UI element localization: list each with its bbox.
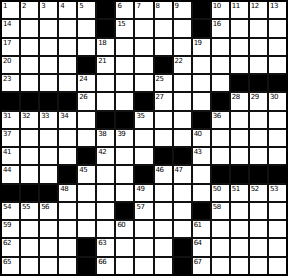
cell-r14c9[interactable] <box>155 239 172 255</box>
cell-r7c4[interactable]: 34 <box>59 112 76 128</box>
clue-number: 5 <box>79 2 83 10</box>
cell-r8c15[interactable] <box>269 130 286 146</box>
clue-number: 52 <box>251 185 259 193</box>
cell-r13c5[interactable] <box>78 221 95 237</box>
cell-r15c2[interactable] <box>21 258 38 274</box>
block-cell-r5c14 <box>250 75 267 91</box>
block-cell-r10c4 <box>59 166 76 182</box>
cell-r14c15[interactable] <box>269 239 286 255</box>
cell-r6c9[interactable]: 27 <box>155 93 172 109</box>
crossword-puzzle: 1234567891011121314151617181920212223242… <box>0 0 288 276</box>
clue-number: 59 <box>3 221 11 229</box>
cell-r12c14[interactable] <box>250 203 267 219</box>
clue-number: 39 <box>117 130 125 138</box>
cell-r7c3[interactable]: 33 <box>40 112 57 128</box>
cell-r13c4[interactable] <box>59 221 76 237</box>
clue-number: 41 <box>3 148 11 156</box>
cell-r9c7[interactable] <box>116 148 133 164</box>
cell-r13c10[interactable] <box>174 221 191 237</box>
cell-r8c1[interactable]: 37 <box>2 130 19 146</box>
block-cell-r7c11 <box>193 112 210 128</box>
clue-number: 66 <box>98 258 106 266</box>
clue-number: 38 <box>98 130 106 138</box>
cell-r14c1[interactable]: 62 <box>2 239 19 255</box>
cell-r8c4[interactable] <box>59 130 76 146</box>
cell-r2c14[interactable] <box>250 20 267 36</box>
cell-r2c9[interactable] <box>155 20 172 36</box>
clue-number: 34 <box>60 112 68 120</box>
cell-r5c4[interactable] <box>59 75 76 91</box>
cell-r12c10[interactable] <box>174 203 191 219</box>
cell-r9c8[interactable] <box>135 148 152 164</box>
block-cell-r10c14 <box>250 166 267 182</box>
cell-r7c10[interactable] <box>174 112 191 128</box>
block-cell-r6c1 <box>2 93 19 109</box>
block-cell-r5c13 <box>231 75 248 91</box>
cell-r7c9[interactable] <box>155 112 172 128</box>
cell-r9c13[interactable] <box>231 148 248 164</box>
block-cell-r9c10 <box>174 148 191 164</box>
cell-r11c13[interactable]: 51 <box>231 185 248 201</box>
cell-r11c4[interactable]: 48 <box>59 185 76 201</box>
cell-r15c4[interactable] <box>59 258 76 274</box>
clue-number: 40 <box>194 130 202 138</box>
cell-r11c12[interactable]: 50 <box>212 185 229 201</box>
cell-r6c11[interactable] <box>193 93 210 109</box>
cell-r15c12[interactable] <box>212 258 229 274</box>
clue-number: 32 <box>22 112 30 120</box>
cell-r15c15[interactable] <box>269 258 286 274</box>
cell-r1c14[interactable]: 12 <box>250 2 267 18</box>
block-cell-r10c12 <box>212 166 229 182</box>
block-cell-r12c7 <box>116 203 133 219</box>
block-cell-r4c9 <box>155 57 172 73</box>
cell-r6c6[interactable] <box>97 93 114 109</box>
cell-r3c11[interactable]: 19 <box>193 39 210 55</box>
cell-r13c15[interactable] <box>269 221 286 237</box>
cell-r4c6[interactable]: 21 <box>97 57 114 73</box>
block-cell-r6c8 <box>135 93 152 109</box>
cell-r1c12[interactable]: 10 <box>212 2 229 18</box>
cell-r10c1[interactable]: 44 <box>2 166 19 182</box>
cell-r4c15[interactable] <box>269 57 286 73</box>
clue-number: 54 <box>3 203 11 211</box>
cell-r9c2[interactable] <box>21 148 38 164</box>
cell-r7c5[interactable] <box>78 112 95 128</box>
cell-r5c1[interactable]: 23 <box>2 75 19 91</box>
cell-r15c13[interactable] <box>231 258 248 274</box>
cell-r2c1[interactable]: 14 <box>2 20 19 36</box>
block-cell-r7c7 <box>116 112 133 128</box>
cell-r13c3[interactable] <box>40 221 57 237</box>
clue-number: 16 <box>213 20 221 28</box>
cell-r2c8[interactable] <box>135 20 152 36</box>
cell-r1c5[interactable]: 5 <box>78 2 95 18</box>
cell-r14c3[interactable] <box>40 239 57 255</box>
cell-r8c14[interactable] <box>250 130 267 146</box>
cell-r3c10[interactable] <box>174 39 191 55</box>
clue-number: 47 <box>175 166 183 174</box>
cell-r2c5[interactable] <box>78 20 95 36</box>
cell-r7c2[interactable]: 32 <box>21 112 38 128</box>
cell-r6c5[interactable]: 26 <box>78 93 95 109</box>
cell-r11c10[interactable] <box>174 185 191 201</box>
cell-r4c14[interactable] <box>250 57 267 73</box>
cell-r14c8[interactable] <box>135 239 152 255</box>
clue-number: 28 <box>232 93 240 101</box>
clue-number: 6 <box>117 2 121 10</box>
clue-number: 4 <box>60 2 64 10</box>
cell-r13c11[interactable]: 61 <box>193 221 210 237</box>
cell-r1c8[interactable]: 7 <box>135 2 152 18</box>
block-cell-r11c3 <box>40 185 57 201</box>
cell-r10c5[interactable]: 45 <box>78 166 95 182</box>
cell-r9c4[interactable] <box>59 148 76 164</box>
cell-r1c9[interactable]: 8 <box>155 2 172 18</box>
cell-r15c9[interactable] <box>155 258 172 274</box>
block-cell-r11c2 <box>21 185 38 201</box>
cell-r10c2[interactable] <box>21 166 38 182</box>
clue-number: 58 <box>213 203 221 211</box>
cell-r4c2[interactable] <box>21 57 38 73</box>
cell-r4c11[interactable] <box>193 57 210 73</box>
clue-number: 23 <box>3 75 11 83</box>
clue-number: 48 <box>60 185 68 193</box>
cell-r13c6[interactable] <box>97 221 114 237</box>
cell-r10c7[interactable] <box>116 166 133 182</box>
clue-number: 30 <box>270 93 278 101</box>
block-cell-r2c11 <box>193 20 210 36</box>
cell-r11c15[interactable]: 53 <box>269 185 286 201</box>
cell-r9c11[interactable]: 43 <box>193 148 210 164</box>
cell-r3c4[interactable] <box>59 39 76 55</box>
cell-r14c2[interactable] <box>21 239 38 255</box>
clue-number: 55 <box>22 203 30 211</box>
cell-r3c3[interactable] <box>40 39 57 55</box>
cell-r10c10[interactable]: 47 <box>174 166 191 182</box>
block-cell-r6c3 <box>40 93 57 109</box>
cell-r14c11[interactable]: 64 <box>193 239 210 255</box>
clue-number: 12 <box>251 2 259 10</box>
cell-r11c6[interactable] <box>97 185 114 201</box>
cell-r14c6[interactable]: 63 <box>97 239 114 255</box>
clue-number: 10 <box>213 2 221 10</box>
clue-number: 50 <box>213 185 221 193</box>
clue-number: 44 <box>3 166 11 174</box>
cell-r3c6[interactable]: 18 <box>97 39 114 55</box>
clue-number: 29 <box>251 93 259 101</box>
cell-r7c13[interactable] <box>231 112 248 128</box>
cell-r10c3[interactable] <box>40 166 57 182</box>
cell-r3c9[interactable] <box>155 39 172 55</box>
block-cell-r10c8 <box>135 166 152 182</box>
cell-r10c6[interactable] <box>97 166 114 182</box>
cell-r4c7[interactable] <box>116 57 133 73</box>
cell-r8c9[interactable] <box>155 130 172 146</box>
cell-r6c14[interactable]: 29 <box>250 93 267 109</box>
cell-r11c5[interactable] <box>78 185 95 201</box>
cell-r8c5[interactable] <box>78 130 95 146</box>
cell-r4c3[interactable] <box>40 57 57 73</box>
clue-number: 31 <box>3 112 11 120</box>
block-cell-r1c6 <box>97 2 114 18</box>
cell-r8c7[interactable]: 39 <box>116 130 133 146</box>
cell-r9c3[interactable] <box>40 148 57 164</box>
clue-number: 7 <box>136 2 140 10</box>
clue-number: 62 <box>3 239 11 247</box>
cell-r13c1[interactable]: 59 <box>2 221 19 237</box>
clue-number: 3 <box>41 2 45 10</box>
clue-number: 24 <box>79 75 87 83</box>
cell-r5c12[interactable] <box>212 75 229 91</box>
clue-number: 33 <box>41 112 49 120</box>
cell-r12c8[interactable]: 57 <box>135 203 152 219</box>
clue-number: 21 <box>98 57 106 65</box>
clue-number: 15 <box>117 20 125 28</box>
block-cell-r4c5 <box>78 57 95 73</box>
cell-r12c6[interactable] <box>97 203 114 219</box>
cell-r3c12[interactable] <box>212 39 229 55</box>
cell-r6c7[interactable] <box>116 93 133 109</box>
cell-r8c10[interactable] <box>174 130 191 146</box>
clue-number: 8 <box>156 2 160 10</box>
cell-r4c12[interactable] <box>212 57 229 73</box>
block-cell-r10c15 <box>269 166 286 182</box>
cell-r15c6[interactable]: 66 <box>97 258 114 274</box>
cell-r13c13[interactable] <box>231 221 248 237</box>
block-cell-r2c6 <box>97 20 114 36</box>
cell-r8c13[interactable] <box>231 130 248 146</box>
clue-number: 25 <box>156 75 164 83</box>
cell-r12c13[interactable] <box>231 203 248 219</box>
cell-r2c12[interactable]: 16 <box>212 20 229 36</box>
block-cell-r7c6 <box>97 112 114 128</box>
cell-r6c10[interactable] <box>174 93 191 109</box>
cell-r13c9[interactable] <box>155 221 172 237</box>
clue-number: 61 <box>194 221 202 229</box>
cell-r9c1[interactable]: 41 <box>2 148 19 164</box>
clue-number: 14 <box>3 20 11 28</box>
cell-r3c5[interactable] <box>78 39 95 55</box>
cell-r15c8[interactable] <box>135 258 152 274</box>
cell-r2c4[interactable] <box>59 20 76 36</box>
cell-r5c10[interactable] <box>174 75 191 91</box>
cell-r13c8[interactable] <box>135 221 152 237</box>
block-cell-r15c10 <box>174 258 191 274</box>
cell-r5c8[interactable] <box>135 75 152 91</box>
cell-r1c3[interactable]: 3 <box>40 2 57 18</box>
block-cell-r1c11 <box>193 2 210 18</box>
clue-number: 65 <box>3 258 11 266</box>
cell-r15c7[interactable] <box>116 258 133 274</box>
cell-r2c2[interactable] <box>21 20 38 36</box>
block-cell-r9c5 <box>78 148 95 164</box>
cell-r13c2[interactable] <box>21 221 38 237</box>
clue-number: 20 <box>3 57 11 65</box>
cell-r6c15[interactable]: 30 <box>269 93 286 109</box>
block-cell-r11c1 <box>2 185 19 201</box>
clue-number: 45 <box>79 166 87 174</box>
cell-r14c13[interactable] <box>231 239 248 255</box>
cell-r5c7[interactable] <box>116 75 133 91</box>
block-cell-r14c10 <box>174 239 191 255</box>
block-cell-r9c9 <box>155 148 172 164</box>
cell-r11c8[interactable]: 49 <box>135 185 152 201</box>
cell-r14c4[interactable] <box>59 239 76 255</box>
cell-r9c14[interactable] <box>250 148 267 164</box>
cell-r11c7[interactable] <box>116 185 133 201</box>
clue-number: 64 <box>194 239 202 247</box>
cell-r5c2[interactable] <box>21 75 38 91</box>
cell-r11c9[interactable] <box>155 185 172 201</box>
cell-r1c2[interactable]: 2 <box>21 2 38 18</box>
block-cell-r6c4 <box>59 93 76 109</box>
cell-r13c14[interactable] <box>250 221 267 237</box>
cell-r12c4[interactable] <box>59 203 76 219</box>
clue-number: 56 <box>41 203 49 211</box>
cell-r5c9[interactable]: 25 <box>155 75 172 91</box>
clue-number: 43 <box>194 148 202 156</box>
cell-r1c10[interactable]: 9 <box>174 2 191 18</box>
cell-r12c2[interactable]: 55 <box>21 203 38 219</box>
cell-r2c7[interactable]: 15 <box>116 20 133 36</box>
cell-r12c1[interactable]: 54 <box>2 203 19 219</box>
clue-number: 2 <box>22 2 26 10</box>
block-cell-r6c12 <box>212 93 229 109</box>
cell-r2c13[interactable] <box>231 20 248 36</box>
cell-r12c15[interactable] <box>269 203 286 219</box>
cell-r12c3[interactable]: 56 <box>40 203 57 219</box>
cell-r11c11[interactable] <box>193 185 210 201</box>
cell-r2c10[interactable] <box>174 20 191 36</box>
block-cell-r12c11 <box>193 203 210 219</box>
cell-r4c8[interactable] <box>135 57 152 73</box>
cell-r12c9[interactable] <box>155 203 172 219</box>
cell-r5c3[interactable] <box>40 75 57 91</box>
clue-number: 42 <box>98 148 106 156</box>
cell-r2c15[interactable] <box>269 20 286 36</box>
clue-number: 18 <box>98 39 106 47</box>
cell-r15c11[interactable]: 67 <box>193 258 210 274</box>
cell-r15c14[interactable] <box>250 258 267 274</box>
cell-r3c14[interactable] <box>250 39 267 55</box>
crossword-grid: 1234567891011121314151617181920212223242… <box>0 0 288 276</box>
cell-r4c10[interactable]: 22 <box>174 57 191 73</box>
clue-number: 57 <box>136 203 144 211</box>
cell-r5c6[interactable] <box>97 75 114 91</box>
cell-r1c15[interactable]: 13 <box>269 2 286 18</box>
cell-r4c4[interactable] <box>59 57 76 73</box>
cell-r7c15[interactable] <box>269 112 286 128</box>
cell-r7c12[interactable]: 36 <box>212 112 229 128</box>
cell-r3c7[interactable] <box>116 39 133 55</box>
cell-r1c13[interactable]: 11 <box>231 2 248 18</box>
cell-r14c12[interactable] <box>212 239 229 255</box>
cell-r3c13[interactable] <box>231 39 248 55</box>
clue-number: 63 <box>98 239 106 247</box>
cell-r9c6[interactable]: 42 <box>97 148 114 164</box>
cell-r15c3[interactable] <box>40 258 57 274</box>
cell-r8c6[interactable]: 38 <box>97 130 114 146</box>
cell-r12c12[interactable]: 58 <box>212 203 229 219</box>
block-cell-r5c15 <box>269 75 286 91</box>
cell-r9c12[interactable] <box>212 148 229 164</box>
clue-number: 60 <box>117 221 125 229</box>
cell-r10c11[interactable] <box>193 166 210 182</box>
clue-number: 17 <box>3 39 11 47</box>
cell-r7c1[interactable]: 31 <box>2 112 19 128</box>
clue-number: 53 <box>270 185 278 193</box>
cell-r1c4[interactable]: 4 <box>59 2 76 18</box>
cell-r8c3[interactable] <box>40 130 57 146</box>
cell-r1c7[interactable]: 6 <box>116 2 133 18</box>
clue-number: 11 <box>232 2 240 10</box>
clue-number: 27 <box>156 93 164 101</box>
cell-r13c7[interactable]: 60 <box>116 221 133 237</box>
clue-number: 19 <box>194 39 202 47</box>
clue-number: 49 <box>136 185 144 193</box>
cell-r3c15[interactable] <box>269 39 286 55</box>
clue-number: 13 <box>270 2 278 10</box>
clue-number: 36 <box>213 112 221 120</box>
clue-number: 9 <box>175 2 179 10</box>
cell-r8c12[interactable] <box>212 130 229 146</box>
clue-number: 26 <box>79 93 87 101</box>
cell-r8c11[interactable]: 40 <box>193 130 210 146</box>
cell-r4c1[interactable]: 20 <box>2 57 19 73</box>
cell-r1c1[interactable]: 1 <box>2 2 19 18</box>
cell-r15c1[interactable]: 65 <box>2 258 19 274</box>
cell-r14c14[interactable] <box>250 239 267 255</box>
cell-r5c5[interactable]: 24 <box>78 75 95 91</box>
block-cell-r6c2 <box>21 93 38 109</box>
cell-r13c12[interactable] <box>212 221 229 237</box>
block-cell-r10c13 <box>231 166 248 182</box>
block-cell-r14c5 <box>78 239 95 255</box>
clue-number: 35 <box>136 112 144 120</box>
cell-r10c9[interactable]: 46 <box>155 166 172 182</box>
cell-r3c1[interactable]: 17 <box>2 39 19 55</box>
cell-r12c5[interactable] <box>78 203 95 219</box>
clue-number: 22 <box>175 57 183 65</box>
clue-number: 37 <box>3 130 11 138</box>
cell-r2c3[interactable] <box>40 20 57 36</box>
clue-number: 46 <box>156 166 164 174</box>
cell-r8c8[interactable] <box>135 130 152 146</box>
clue-number: 51 <box>232 185 240 193</box>
cell-r14c7[interactable] <box>116 239 133 255</box>
cell-r4c13[interactable] <box>231 57 248 73</box>
cell-r9c15[interactable] <box>269 148 286 164</box>
cell-r7c14[interactable] <box>250 112 267 128</box>
cell-r5c11[interactable] <box>193 75 210 91</box>
cell-r6c13[interactable]: 28 <box>231 93 248 109</box>
cell-r3c8[interactable] <box>135 39 152 55</box>
clue-number: 1 <box>3 2 7 10</box>
block-cell-r15c5 <box>78 258 95 274</box>
cell-r11c14[interactable]: 52 <box>250 185 267 201</box>
cell-r7c8[interactable]: 35 <box>135 112 152 128</box>
cell-r8c2[interactable] <box>21 130 38 146</box>
clue-number: 67 <box>194 258 202 266</box>
cell-r3c2[interactable] <box>21 39 38 55</box>
